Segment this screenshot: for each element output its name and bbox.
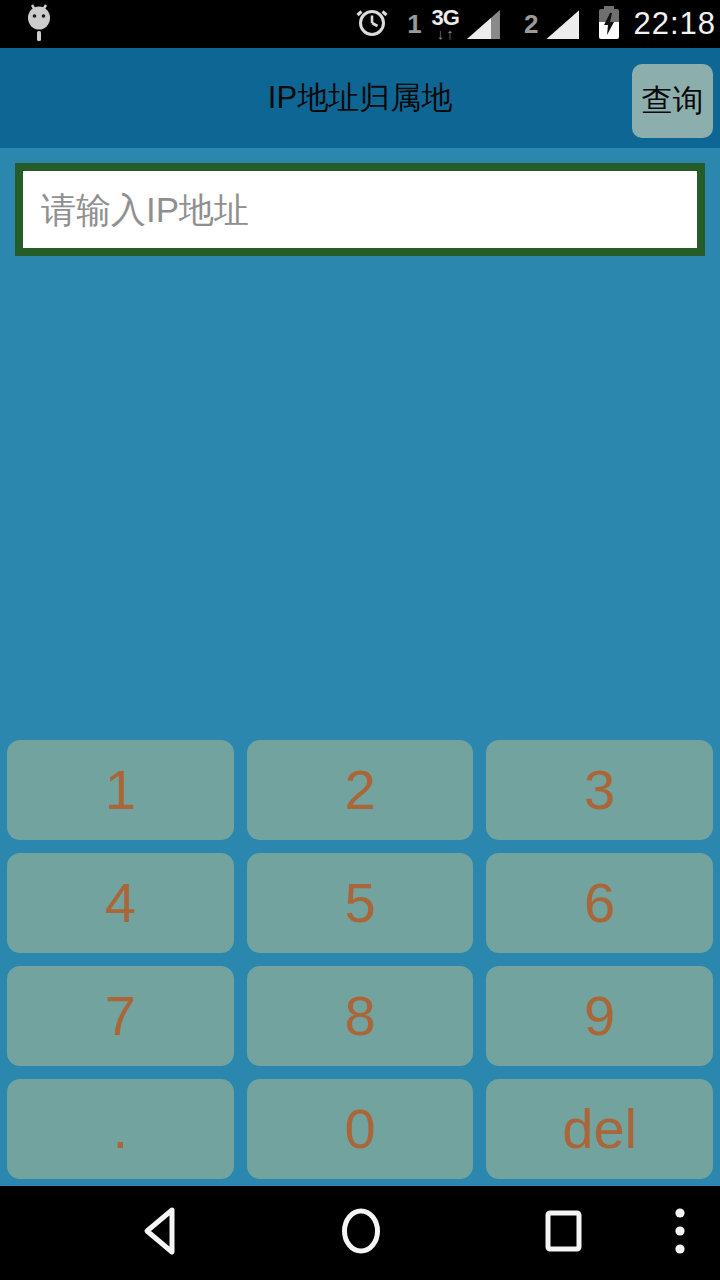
recents-icon[interactable] <box>544 1209 584 1257</box>
key-8[interactable]: 8 <box>247 966 474 1066</box>
sim2-badge: 2 <box>524 9 538 40</box>
key-5[interactable]: 5 <box>247 853 474 953</box>
home-icon[interactable] <box>340 1206 382 1260</box>
key-7[interactable]: 7 <box>7 966 234 1066</box>
query-button[interactable]: 查询 <box>632 64 713 138</box>
key-2[interactable]: 2 <box>247 740 474 840</box>
ip-input-frame <box>15 163 705 256</box>
key-0[interactable]: 0 <box>247 1079 474 1179</box>
numeric-keypad: 1 2 3 4 5 6 7 8 9 . 0 del <box>7 740 713 1179</box>
key-6[interactable]: 6 <box>486 853 713 953</box>
key-1[interactable]: 1 <box>7 740 234 840</box>
ip-address-input[interactable] <box>23 171 697 248</box>
phone-screen: 1 3G ↓↑ 2 22:18 IP地址归属地 查询 1 2 3 <box>0 0 720 1280</box>
android-nav-bar <box>0 1186 720 1280</box>
data-arrows-icon: ↓↑ <box>437 26 454 41</box>
network-3g-arrows-icon: 3G ↓↑ <box>432 7 459 41</box>
battery-charging-icon <box>599 9 619 39</box>
key-9[interactable]: 9 <box>486 966 713 1066</box>
key-dot[interactable]: . <box>7 1079 234 1179</box>
content-area <box>0 256 720 740</box>
back-icon[interactable] <box>141 1206 179 1260</box>
sim1-badge: 1 <box>407 9 421 40</box>
usb-debug-icon <box>22 2 56 46</box>
alarm-icon <box>355 5 389 43</box>
overflow-menu-icon[interactable] <box>674 1206 686 1260</box>
app-header: IP地址归属地 查询 <box>0 48 720 148</box>
key-4[interactable]: 4 <box>7 853 234 953</box>
status-bar: 1 3G ↓↑ 2 22:18 <box>0 0 720 48</box>
key-3[interactable]: 3 <box>486 740 713 840</box>
key-del[interactable]: del <box>486 1079 713 1179</box>
signal-triangle-partial-icon <box>467 10 500 39</box>
clock-time: 22:18 <box>633 6 716 42</box>
signal-triangle-full-icon <box>546 10 579 39</box>
status-bar-right: 1 3G ↓↑ 2 22:18 <box>355 0 716 48</box>
page-title: IP地址归属地 <box>0 48 720 148</box>
